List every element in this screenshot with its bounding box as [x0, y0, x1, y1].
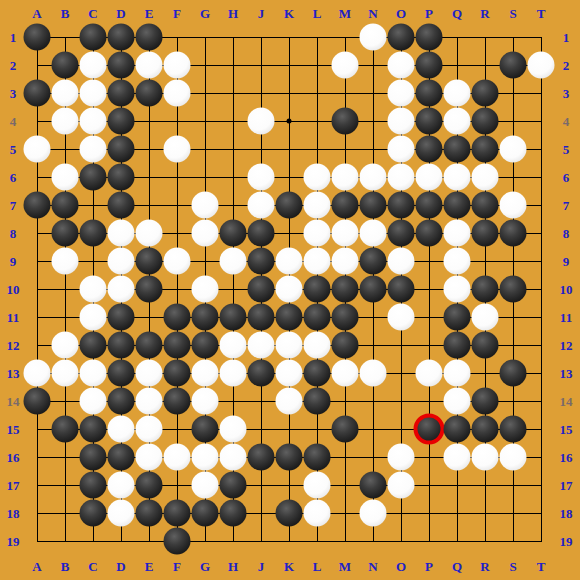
intersection-R13[interactable] — [471, 359, 499, 387]
intersection-T10[interactable] — [527, 275, 555, 303]
intersection-E11[interactable] — [135, 303, 163, 331]
intersection-A13[interactable] — [23, 359, 51, 387]
intersection-S5[interactable] — [499, 135, 527, 163]
intersection-H19[interactable] — [219, 527, 247, 555]
intersection-E7[interactable] — [135, 191, 163, 219]
intersection-D8[interactable] — [107, 219, 135, 247]
intersection-A18[interactable] — [23, 499, 51, 527]
intersection-D9[interactable] — [107, 247, 135, 275]
intersection-C3[interactable] — [79, 79, 107, 107]
intersection-H4[interactable] — [219, 107, 247, 135]
intersection-M17[interactable] — [331, 471, 359, 499]
intersection-F1[interactable] — [163, 23, 191, 51]
intersection-O14[interactable] — [387, 387, 415, 415]
intersection-G2[interactable] — [191, 51, 219, 79]
intersection-E8[interactable] — [135, 219, 163, 247]
intersection-C18[interactable] — [79, 499, 107, 527]
intersection-B12[interactable] — [51, 331, 79, 359]
intersection-B5[interactable] — [51, 135, 79, 163]
intersection-S15[interactable] — [499, 415, 527, 443]
intersection-J5[interactable] — [247, 135, 275, 163]
intersection-L4[interactable] — [303, 107, 331, 135]
intersection-S19[interactable] — [499, 527, 527, 555]
intersection-R15[interactable] — [471, 415, 499, 443]
intersection-Q10[interactable] — [443, 275, 471, 303]
intersection-B2[interactable] — [51, 51, 79, 79]
intersection-A11[interactable] — [23, 303, 51, 331]
intersection-N12[interactable] — [359, 331, 387, 359]
intersection-J4[interactable] — [247, 107, 275, 135]
intersection-K17[interactable] — [275, 471, 303, 499]
intersection-B14[interactable] — [51, 387, 79, 415]
intersection-F8[interactable] — [163, 219, 191, 247]
intersection-R18[interactable] — [471, 499, 499, 527]
intersection-N2[interactable] — [359, 51, 387, 79]
intersection-S14[interactable] — [499, 387, 527, 415]
intersection-D18[interactable] — [107, 499, 135, 527]
intersection-S2[interactable] — [499, 51, 527, 79]
intersection-O15[interactable] — [387, 415, 415, 443]
intersection-A4[interactable] — [23, 107, 51, 135]
intersection-S4[interactable] — [499, 107, 527, 135]
intersection-O16[interactable] — [387, 443, 415, 471]
intersection-C19[interactable] — [79, 527, 107, 555]
intersection-E6[interactable] — [135, 163, 163, 191]
intersection-D14[interactable] — [107, 387, 135, 415]
intersection-P4[interactable] — [415, 107, 443, 135]
intersection-O10[interactable] — [387, 275, 415, 303]
intersection-E10[interactable] — [135, 275, 163, 303]
intersection-C4[interactable] — [79, 107, 107, 135]
intersection-B3[interactable] — [51, 79, 79, 107]
intersection-L2[interactable] — [303, 51, 331, 79]
intersection-M1[interactable] — [331, 23, 359, 51]
intersection-A1[interactable] — [23, 23, 51, 51]
intersection-E3[interactable] — [135, 79, 163, 107]
intersection-M3[interactable] — [331, 79, 359, 107]
intersection-Q13[interactable] — [443, 359, 471, 387]
intersection-L8[interactable] — [303, 219, 331, 247]
intersection-B10[interactable] — [51, 275, 79, 303]
intersection-Q17[interactable] — [443, 471, 471, 499]
intersection-S11[interactable] — [499, 303, 527, 331]
intersection-K6[interactable] — [275, 163, 303, 191]
intersection-L15[interactable] — [303, 415, 331, 443]
intersection-B4[interactable] — [51, 107, 79, 135]
intersection-E17[interactable] — [135, 471, 163, 499]
intersection-G19[interactable] — [191, 527, 219, 555]
intersection-M9[interactable] — [331, 247, 359, 275]
intersection-N10[interactable] — [359, 275, 387, 303]
intersection-C8[interactable] — [79, 219, 107, 247]
intersection-H6[interactable] — [219, 163, 247, 191]
intersection-M6[interactable] — [331, 163, 359, 191]
intersection-K16[interactable] — [275, 443, 303, 471]
intersection-O5[interactable] — [387, 135, 415, 163]
intersection-H8[interactable] — [219, 219, 247, 247]
intersection-O11[interactable] — [387, 303, 415, 331]
intersection-M16[interactable] — [331, 443, 359, 471]
intersection-Q4[interactable] — [443, 107, 471, 135]
intersection-L13[interactable] — [303, 359, 331, 387]
intersection-N5[interactable] — [359, 135, 387, 163]
intersection-T19[interactable] — [527, 527, 555, 555]
intersection-Q5[interactable] — [443, 135, 471, 163]
intersection-B15[interactable] — [51, 415, 79, 443]
intersection-G11[interactable] — [191, 303, 219, 331]
intersection-P19[interactable] — [415, 527, 443, 555]
intersection-G8[interactable] — [191, 219, 219, 247]
intersection-S12[interactable] — [499, 331, 527, 359]
intersection-C15[interactable] — [79, 415, 107, 443]
intersection-F3[interactable] — [163, 79, 191, 107]
intersection-A7[interactable] — [23, 191, 51, 219]
intersection-O13[interactable] — [387, 359, 415, 387]
intersection-H12[interactable] — [219, 331, 247, 359]
intersection-N6[interactable] — [359, 163, 387, 191]
intersection-A15[interactable] — [23, 415, 51, 443]
intersection-Q7[interactable] — [443, 191, 471, 219]
intersection-C13[interactable] — [79, 359, 107, 387]
intersection-B16[interactable] — [51, 443, 79, 471]
intersection-L12[interactable] — [303, 331, 331, 359]
intersection-F11[interactable] — [163, 303, 191, 331]
intersection-D12[interactable] — [107, 331, 135, 359]
intersection-D6[interactable] — [107, 163, 135, 191]
intersection-R5[interactable] — [471, 135, 499, 163]
intersection-K7[interactable] — [275, 191, 303, 219]
intersection-M5[interactable] — [331, 135, 359, 163]
intersection-K15[interactable] — [275, 415, 303, 443]
intersection-B11[interactable] — [51, 303, 79, 331]
intersection-O6[interactable] — [387, 163, 415, 191]
intersection-N11[interactable] — [359, 303, 387, 331]
intersection-S17[interactable] — [499, 471, 527, 499]
intersection-J12[interactable] — [247, 331, 275, 359]
intersection-C6[interactable] — [79, 163, 107, 191]
intersection-R8[interactable] — [471, 219, 499, 247]
intersection-T6[interactable] — [527, 163, 555, 191]
intersection-K19[interactable] — [275, 527, 303, 555]
intersection-R12[interactable] — [471, 331, 499, 359]
intersection-K8[interactable] — [275, 219, 303, 247]
intersection-C11[interactable] — [79, 303, 107, 331]
intersection-P7[interactable] — [415, 191, 443, 219]
intersection-Q14[interactable] — [443, 387, 471, 415]
intersection-O2[interactable] — [387, 51, 415, 79]
intersection-P17[interactable] — [415, 471, 443, 499]
intersection-B7[interactable] — [51, 191, 79, 219]
intersection-D19[interactable] — [107, 527, 135, 555]
intersection-M2[interactable] — [331, 51, 359, 79]
intersection-G7[interactable] — [191, 191, 219, 219]
intersection-P11[interactable] — [415, 303, 443, 331]
intersection-R2[interactable] — [471, 51, 499, 79]
intersection-Q1[interactable] — [443, 23, 471, 51]
intersection-R19[interactable] — [471, 527, 499, 555]
intersection-J10[interactable] — [247, 275, 275, 303]
intersection-T17[interactable] — [527, 471, 555, 499]
intersection-B17[interactable] — [51, 471, 79, 499]
intersection-E12[interactable] — [135, 331, 163, 359]
intersection-O8[interactable] — [387, 219, 415, 247]
intersection-D11[interactable] — [107, 303, 135, 331]
intersection-N3[interactable] — [359, 79, 387, 107]
intersection-L1[interactable] — [303, 23, 331, 51]
intersection-S1[interactable] — [499, 23, 527, 51]
intersection-E15[interactable] — [135, 415, 163, 443]
intersection-G18[interactable] — [191, 499, 219, 527]
intersection-P3[interactable] — [415, 79, 443, 107]
intersection-G6[interactable] — [191, 163, 219, 191]
intersection-F16[interactable] — [163, 443, 191, 471]
intersection-H10[interactable] — [219, 275, 247, 303]
intersection-K9[interactable] — [275, 247, 303, 275]
intersection-D3[interactable] — [107, 79, 135, 107]
intersection-L3[interactable] — [303, 79, 331, 107]
intersection-D13[interactable] — [107, 359, 135, 387]
intersection-F12[interactable] — [163, 331, 191, 359]
intersection-E16[interactable] — [135, 443, 163, 471]
intersection-P5[interactable] — [415, 135, 443, 163]
intersection-Q19[interactable] — [443, 527, 471, 555]
intersection-M15[interactable] — [331, 415, 359, 443]
intersection-S10[interactable] — [499, 275, 527, 303]
intersection-P8[interactable] — [415, 219, 443, 247]
intersection-H13[interactable] — [219, 359, 247, 387]
intersection-E9[interactable] — [135, 247, 163, 275]
intersection-L7[interactable] — [303, 191, 331, 219]
intersection-L10[interactable] — [303, 275, 331, 303]
intersection-K3[interactable] — [275, 79, 303, 107]
intersection-M11[interactable] — [331, 303, 359, 331]
intersection-O9[interactable] — [387, 247, 415, 275]
intersection-J2[interactable] — [247, 51, 275, 79]
intersection-K5[interactable] — [275, 135, 303, 163]
intersection-E13[interactable] — [135, 359, 163, 387]
intersection-Q16[interactable] — [443, 443, 471, 471]
intersection-Q15[interactable] — [443, 415, 471, 443]
intersection-A14[interactable] — [23, 387, 51, 415]
intersection-J1[interactable] — [247, 23, 275, 51]
intersection-O4[interactable] — [387, 107, 415, 135]
intersection-H3[interactable] — [219, 79, 247, 107]
intersection-K18[interactable] — [275, 499, 303, 527]
intersection-D7[interactable] — [107, 191, 135, 219]
intersection-J17[interactable] — [247, 471, 275, 499]
intersection-J18[interactable] — [247, 499, 275, 527]
intersection-T1[interactable] — [527, 23, 555, 51]
intersection-B18[interactable] — [51, 499, 79, 527]
intersection-P1[interactable] — [415, 23, 443, 51]
intersection-E1[interactable] — [135, 23, 163, 51]
intersection-F6[interactable] — [163, 163, 191, 191]
intersection-H2[interactable] — [219, 51, 247, 79]
intersection-J8[interactable] — [247, 219, 275, 247]
intersection-A8[interactable] — [23, 219, 51, 247]
intersection-O18[interactable] — [387, 499, 415, 527]
intersection-Q12[interactable] — [443, 331, 471, 359]
intersection-H5[interactable] — [219, 135, 247, 163]
intersection-D10[interactable] — [107, 275, 135, 303]
intersection-J14[interactable] — [247, 387, 275, 415]
intersection-N13[interactable] — [359, 359, 387, 387]
intersection-O7[interactable] — [387, 191, 415, 219]
intersection-T5[interactable] — [527, 135, 555, 163]
intersection-M8[interactable] — [331, 219, 359, 247]
intersection-M12[interactable] — [331, 331, 359, 359]
intersection-B13[interactable] — [51, 359, 79, 387]
intersection-A5[interactable] — [23, 135, 51, 163]
intersection-A17[interactable] — [23, 471, 51, 499]
intersection-K14[interactable] — [275, 387, 303, 415]
intersection-A10[interactable] — [23, 275, 51, 303]
intersection-G1[interactable] — [191, 23, 219, 51]
intersection-Q6[interactable] — [443, 163, 471, 191]
intersection-N17[interactable] — [359, 471, 387, 499]
intersection-D5[interactable] — [107, 135, 135, 163]
intersection-L16[interactable] — [303, 443, 331, 471]
intersection-D2[interactable] — [107, 51, 135, 79]
intersection-C7[interactable] — [79, 191, 107, 219]
intersection-B19[interactable] — [51, 527, 79, 555]
intersection-J9[interactable] — [247, 247, 275, 275]
intersection-O17[interactable] — [387, 471, 415, 499]
intersection-C14[interactable] — [79, 387, 107, 415]
intersection-H14[interactable] — [219, 387, 247, 415]
intersection-K13[interactable] — [275, 359, 303, 387]
intersection-J19[interactable] — [247, 527, 275, 555]
intersection-R7[interactable] — [471, 191, 499, 219]
intersection-A9[interactable] — [23, 247, 51, 275]
intersection-J3[interactable] — [247, 79, 275, 107]
intersection-J6[interactable] — [247, 163, 275, 191]
intersection-J16[interactable] — [247, 443, 275, 471]
intersection-J15[interactable] — [247, 415, 275, 443]
intersection-R17[interactable] — [471, 471, 499, 499]
intersection-K12[interactable] — [275, 331, 303, 359]
intersection-K4[interactable] — [275, 107, 303, 135]
intersection-S6[interactable] — [499, 163, 527, 191]
intersection-S13[interactable] — [499, 359, 527, 387]
intersection-P15[interactable] — [415, 415, 443, 443]
intersection-R9[interactable] — [471, 247, 499, 275]
intersection-P6[interactable] — [415, 163, 443, 191]
intersection-A19[interactable] — [23, 527, 51, 555]
intersection-F7[interactable] — [163, 191, 191, 219]
intersection-T18[interactable] — [527, 499, 555, 527]
intersection-E18[interactable] — [135, 499, 163, 527]
intersection-N14[interactable] — [359, 387, 387, 415]
intersection-L9[interactable] — [303, 247, 331, 275]
intersection-H9[interactable] — [219, 247, 247, 275]
intersection-H11[interactable] — [219, 303, 247, 331]
intersection-T12[interactable] — [527, 331, 555, 359]
intersection-L6[interactable] — [303, 163, 331, 191]
intersection-F19[interactable] — [163, 527, 191, 555]
intersection-C10[interactable] — [79, 275, 107, 303]
intersection-T16[interactable] — [527, 443, 555, 471]
intersection-G14[interactable] — [191, 387, 219, 415]
intersection-P14[interactable] — [415, 387, 443, 415]
intersection-S3[interactable] — [499, 79, 527, 107]
intersection-N1[interactable] — [359, 23, 387, 51]
intersection-F2[interactable] — [163, 51, 191, 79]
intersection-K10[interactable] — [275, 275, 303, 303]
intersection-C9[interactable] — [79, 247, 107, 275]
intersection-G13[interactable] — [191, 359, 219, 387]
intersection-C16[interactable] — [79, 443, 107, 471]
intersection-E19[interactable] — [135, 527, 163, 555]
intersection-C1[interactable] — [79, 23, 107, 51]
intersection-A12[interactable] — [23, 331, 51, 359]
intersection-T4[interactable] — [527, 107, 555, 135]
intersection-A6[interactable] — [23, 163, 51, 191]
intersection-G5[interactable] — [191, 135, 219, 163]
intersection-O3[interactable] — [387, 79, 415, 107]
intersection-J13[interactable] — [247, 359, 275, 387]
intersection-B9[interactable] — [51, 247, 79, 275]
intersection-C2[interactable] — [79, 51, 107, 79]
intersection-T8[interactable] — [527, 219, 555, 247]
intersection-G17[interactable] — [191, 471, 219, 499]
intersection-F15[interactable] — [163, 415, 191, 443]
intersection-H17[interactable] — [219, 471, 247, 499]
intersection-Q18[interactable] — [443, 499, 471, 527]
intersection-D4[interactable] — [107, 107, 135, 135]
intersection-T2[interactable] — [527, 51, 555, 79]
intersection-T14[interactable] — [527, 387, 555, 415]
intersection-G9[interactable] — [191, 247, 219, 275]
intersection-P9[interactable] — [415, 247, 443, 275]
intersection-P16[interactable] — [415, 443, 443, 471]
intersection-M13[interactable] — [331, 359, 359, 387]
intersection-Q3[interactable] — [443, 79, 471, 107]
intersection-P2[interactable] — [415, 51, 443, 79]
intersection-S9[interactable] — [499, 247, 527, 275]
intersection-S8[interactable] — [499, 219, 527, 247]
intersection-B1[interactable] — [51, 23, 79, 51]
intersection-B8[interactable] — [51, 219, 79, 247]
intersection-Q9[interactable] — [443, 247, 471, 275]
intersection-T11[interactable] — [527, 303, 555, 331]
intersection-K1[interactable] — [275, 23, 303, 51]
intersection-K11[interactable] — [275, 303, 303, 331]
intersection-D17[interactable] — [107, 471, 135, 499]
intersection-G16[interactable] — [191, 443, 219, 471]
intersection-F18[interactable] — [163, 499, 191, 527]
intersection-G4[interactable] — [191, 107, 219, 135]
intersection-G10[interactable] — [191, 275, 219, 303]
intersection-T9[interactable] — [527, 247, 555, 275]
intersection-Q8[interactable] — [443, 219, 471, 247]
intersection-F5[interactable] — [163, 135, 191, 163]
intersection-N4[interactable] — [359, 107, 387, 135]
intersection-O1[interactable] — [387, 23, 415, 51]
intersection-R11[interactable] — [471, 303, 499, 331]
intersection-S16[interactable] — [499, 443, 527, 471]
intersection-T3[interactable] — [527, 79, 555, 107]
intersection-E14[interactable] — [135, 387, 163, 415]
intersection-F14[interactable] — [163, 387, 191, 415]
intersection-G3[interactable] — [191, 79, 219, 107]
intersection-A2[interactable] — [23, 51, 51, 79]
intersection-E5[interactable] — [135, 135, 163, 163]
intersection-L14[interactable] — [303, 387, 331, 415]
intersection-N7[interactable] — [359, 191, 387, 219]
intersection-O12[interactable] — [387, 331, 415, 359]
intersection-S7[interactable] — [499, 191, 527, 219]
